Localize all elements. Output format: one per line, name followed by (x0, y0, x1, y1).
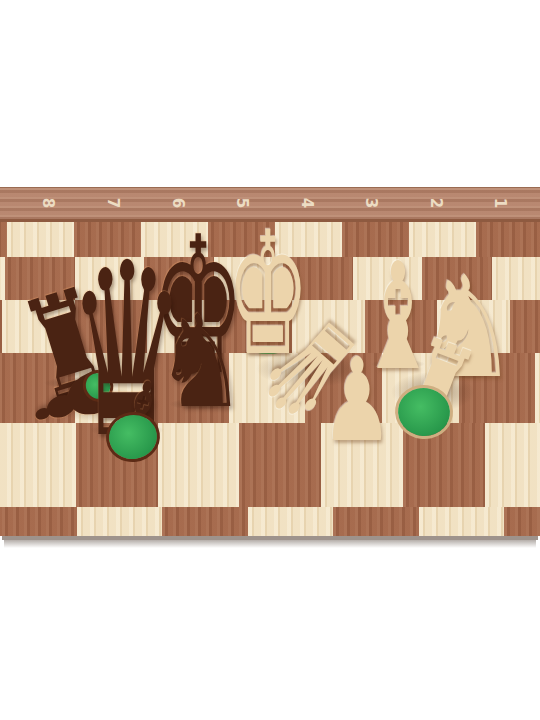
board-row (0, 257, 540, 300)
product-photo-stage: 87654321 ♜♛♚♞♟♝♚♛♟♜♝♞ (0, 0, 540, 720)
board-square (422, 257, 492, 300)
board-square (535, 353, 540, 423)
board-row (0, 222, 540, 257)
board-square (409, 222, 476, 257)
board-square (0, 507, 77, 536)
board-square (283, 257, 353, 300)
board-square (492, 257, 540, 300)
board-square (342, 222, 409, 257)
board-square (248, 507, 334, 536)
board-square (162, 507, 248, 536)
board-square (419, 507, 505, 536)
board-square (220, 300, 293, 353)
board-square (147, 300, 220, 353)
board-square (144, 257, 214, 300)
board-square (459, 353, 536, 423)
board-square (333, 507, 419, 536)
board-square (437, 300, 510, 353)
board-square (504, 507, 540, 536)
rank-label-7: 7 (102, 192, 124, 214)
board-square (74, 222, 141, 257)
board-square (353, 257, 423, 300)
board-square (77, 507, 163, 536)
board-square (0, 423, 76, 507)
rank-label-6: 6 (167, 192, 189, 214)
board-square (510, 300, 540, 353)
rank-label-2: 2 (425, 192, 447, 214)
board-row (0, 423, 540, 507)
board-square (5, 257, 75, 300)
chessboard-photo: 87654321 ♜♛♚♞♟♝♚♛♟♜♝♞ (0, 187, 540, 547)
board-square (305, 353, 382, 423)
board-square (485, 423, 540, 507)
board-square (365, 300, 438, 353)
board-square (239, 423, 321, 507)
board-square (476, 222, 540, 257)
board-square (382, 353, 459, 423)
board-square (75, 300, 148, 353)
board-row (0, 507, 540, 536)
board-square (2, 300, 75, 353)
rank-label-3: 3 (360, 192, 382, 214)
board-square (292, 300, 365, 353)
board-square (7, 222, 74, 257)
rank-label-4: 4 (296, 192, 318, 214)
rank-label-8: 8 (37, 192, 59, 214)
board-rail: 87654321 (0, 187, 540, 222)
board-row (0, 353, 540, 423)
board-square (76, 423, 158, 507)
board-square (321, 423, 403, 507)
rank-label-1: 1 (489, 192, 511, 214)
board-square (229, 353, 306, 423)
board-square (75, 353, 152, 423)
board-square (208, 222, 275, 257)
board-square (141, 222, 208, 257)
board-square (75, 257, 145, 300)
board-square (152, 353, 229, 423)
board-square (214, 257, 284, 300)
board-square (403, 423, 485, 507)
board-edge-shadow (4, 540, 536, 548)
board-row (0, 300, 540, 353)
board-square (158, 423, 240, 507)
board-square (275, 222, 342, 257)
board-square (0, 353, 75, 423)
rank-label-5: 5 (231, 192, 253, 214)
board-square (0, 222, 7, 257)
chessboard (0, 222, 540, 536)
